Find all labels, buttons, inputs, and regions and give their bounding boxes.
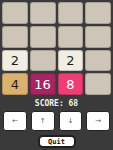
tile-r0c0 (2, 2, 28, 24)
tile-r1c3 (85, 26, 111, 48)
tile-r3c2: 8 (58, 73, 84, 95)
tile-r2c0: 2 (2, 50, 28, 72)
tile-r3c0: 4 (2, 73, 28, 95)
tile-r0c3 (85, 2, 111, 24)
tile-r0c1 (30, 2, 56, 24)
tile-r3c3 (85, 73, 111, 95)
move-down-button[interactable]: ↓ (59, 111, 83, 131)
tile-r0c2 (58, 2, 84, 24)
board-grid: 2 2 4 16 8 (0, 0, 113, 97)
move-up-button[interactable]: ↑ (31, 111, 55, 131)
down-arrow-icon: ↓ (67, 118, 73, 125)
move-controls: ← ↑ ↓ → (0, 110, 113, 131)
tile-r3c1: 16 (30, 73, 56, 95)
move-right-button[interactable]: → (86, 111, 110, 131)
tile-r2c1 (30, 50, 56, 72)
left-arrow-icon: ← (12, 118, 18, 125)
tile-r2c3 (85, 50, 111, 72)
score-display: SCORE: 68 (0, 97, 113, 110)
tile-r1c0 (2, 26, 28, 48)
quit-row: Quit (0, 135, 113, 148)
quit-button[interactable]: Quit (38, 135, 76, 148)
move-left-button[interactable]: ← (3, 111, 27, 131)
tile-r2c2: 2 (58, 50, 84, 72)
tile-r1c2 (58, 26, 84, 48)
right-arrow-icon: → (95, 118, 101, 125)
up-arrow-icon: ↑ (40, 118, 46, 125)
tile-r1c1 (30, 26, 56, 48)
